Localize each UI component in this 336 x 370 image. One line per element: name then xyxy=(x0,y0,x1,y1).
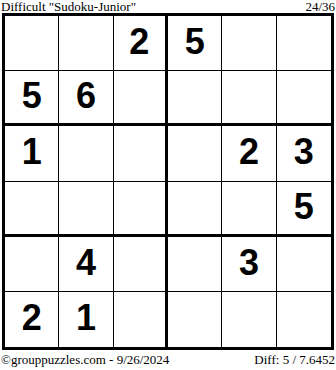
cell-r4c4-empty[interactable] xyxy=(168,182,222,237)
cell-r2c4-empty[interactable] xyxy=(168,71,222,126)
cell-r5c3-empty[interactable] xyxy=(114,237,168,292)
cell-r4c6-given-5: 5 xyxy=(277,182,331,237)
cell-r6c3-empty[interactable] xyxy=(114,292,168,347)
cell-r3c4-empty[interactable] xyxy=(168,126,222,181)
cell-r2c3-empty[interactable] xyxy=(114,71,168,126)
cell-r1c2-empty[interactable] xyxy=(59,16,113,71)
cell-r1c5-empty[interactable] xyxy=(222,16,276,71)
cell-r5c6-empty[interactable] xyxy=(277,237,331,292)
cell-r6c6-empty[interactable] xyxy=(277,292,331,347)
cell-r3c3-empty[interactable] xyxy=(114,126,168,181)
copyright-date: ©grouppuzzles.com - 9/26/2024 xyxy=(1,353,169,366)
cell-r3c1-given-1: 1 xyxy=(5,126,59,181)
cell-r5c4-empty[interactable] xyxy=(168,237,222,292)
cell-r2c6-empty[interactable] xyxy=(277,71,331,126)
cell-r1c6-empty[interactable] xyxy=(277,16,331,71)
cell-r2c1-given-5: 5 xyxy=(5,71,59,126)
cell-r6c5-empty[interactable] xyxy=(222,292,276,347)
cell-r1c4-given-5: 5 xyxy=(168,16,222,71)
cell-r2c2-given-6: 6 xyxy=(59,71,113,126)
cell-r4c1-empty[interactable] xyxy=(5,182,59,237)
cell-r5c2-given-4: 4 xyxy=(59,237,113,292)
cell-r5c5-given-3: 3 xyxy=(222,237,276,292)
cell-r4c2-empty[interactable] xyxy=(59,182,113,237)
cell-r3c6-given-3: 3 xyxy=(277,126,331,181)
cell-r5c1-empty[interactable] xyxy=(5,237,59,292)
header-row: Difficult "Sudoku-Junior" 24/36 xyxy=(1,0,335,13)
difficulty-rating: Diff: 5 / 7.6452 xyxy=(254,353,335,366)
cell-r3c5-given-2: 2 xyxy=(222,126,276,181)
cell-r1c1-empty[interactable] xyxy=(5,16,59,71)
cell-r6c1-given-2: 2 xyxy=(5,292,59,347)
cell-r4c3-empty[interactable] xyxy=(114,182,168,237)
cell-r6c2-given-1: 1 xyxy=(59,292,113,347)
cell-r6c4-empty[interactable] xyxy=(168,292,222,347)
cell-r4c5-empty[interactable] xyxy=(222,182,276,237)
sudoku-junior-page: Difficult "Sudoku-Junior" 24/36 25561235… xyxy=(0,0,336,370)
puzzle-title: Difficult "Sudoku-Junior" xyxy=(1,0,136,13)
sudoku-board: 255612354321 xyxy=(2,13,334,350)
cell-r1c3-given-2: 2 xyxy=(114,16,168,71)
cell-r3c2-empty[interactable] xyxy=(59,126,113,181)
footer-row: ©grouppuzzles.com - 9/26/2024 Diff: 5 / … xyxy=(1,353,335,366)
cell-r2c5-empty[interactable] xyxy=(222,71,276,126)
clues-progress: 24/36 xyxy=(305,0,335,13)
